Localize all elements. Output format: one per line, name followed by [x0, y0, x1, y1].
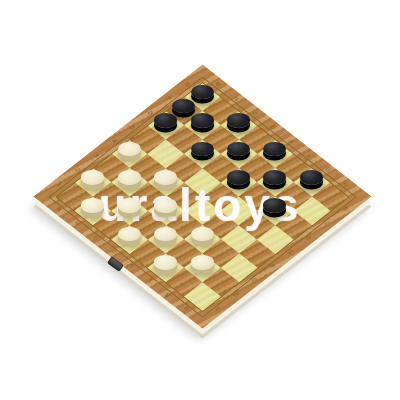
checker-black-a6[interactable]	[154, 113, 177, 128]
checker-black-g8[interactable]	[300, 170, 323, 185]
checker-black-c8[interactable]	[227, 113, 250, 128]
checker-white-a4[interactable]	[118, 142, 141, 157]
checker-white-f1[interactable]	[154, 255, 177, 270]
checker-white-c4[interactable]	[154, 170, 177, 185]
checker-white-f3[interactable]	[191, 227, 214, 242]
checker-black-e8[interactable]	[263, 142, 286, 157]
checker-black-d7[interactable]	[227, 142, 250, 157]
file-label-top-h: h	[337, 177, 354, 190]
checker-black-b7[interactable]	[191, 113, 214, 128]
checker-black-c6[interactable]	[191, 142, 214, 157]
checker-white-d1[interactable]	[118, 227, 141, 242]
rank-label-left-1: 1	[50, 177, 67, 190]
rank-label-left-5: 5	[123, 120, 140, 133]
file-label-top-b: b	[228, 92, 245, 105]
checker-white-c2[interactable]	[118, 198, 141, 213]
checker-white-g2[interactable]	[191, 255, 214, 270]
checker-black-a8[interactable]	[191, 85, 214, 100]
product-photo-stage: aa88bb77cc66dd55ee44ff33gg22hh11 uraltoy…	[0, 0, 400, 400]
checker-white-a2[interactable]	[81, 170, 104, 185]
checker-white-d3[interactable]	[154, 198, 177, 213]
checker-black-f7[interactable]	[263, 170, 286, 185]
file-label-top-d: d	[264, 120, 281, 133]
checker-black-e6[interactable]	[227, 170, 250, 185]
file-label-top-f: f	[300, 149, 317, 162]
rank-label-left-3: 3	[87, 149, 104, 162]
checker-white-b3[interactable]	[118, 170, 141, 185]
